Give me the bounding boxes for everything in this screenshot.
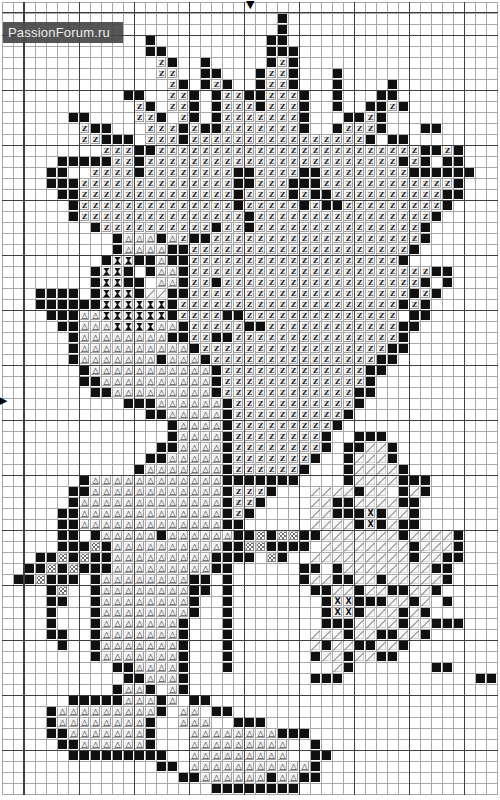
z-symbol-mark: Z [333, 322, 342, 331]
cell-z-symbol: Z [376, 244, 387, 255]
cell-z-symbol: Z [343, 123, 354, 134]
cell-z-symbol: Z [255, 431, 266, 442]
cell-black-square [178, 651, 189, 662]
black-square-mark [344, 476, 353, 485]
z-symbol-mark: Z [399, 223, 408, 232]
triangle-symbol-mark: △ [157, 366, 166, 375]
cell-triangle-symbol: △ [134, 508, 145, 519]
black-square-mark [47, 729, 56, 738]
triangle-symbol-mark: △ [190, 487, 199, 496]
cell-triangle-symbol: △ [112, 519, 123, 530]
cell-triangle-symbol: △ [156, 519, 167, 530]
cell-triangle-symbol: △ [277, 772, 288, 783]
slash-symbol-mark [377, 608, 386, 617]
black-square-mark [322, 597, 331, 606]
cell-black-square [57, 288, 68, 299]
cell-z-symbol: Z [332, 277, 343, 288]
cell-z-symbol: Z [266, 343, 277, 354]
cell-black-square [68, 695, 79, 706]
z-symbol-mark: Z [245, 267, 254, 276]
cell-z-symbol: Z [200, 343, 211, 354]
z-symbol-mark: Z [300, 333, 309, 342]
z-symbol-mark: Z [234, 399, 243, 408]
z-symbol-mark: Z [190, 146, 199, 155]
triangle-symbol-mark: △ [157, 465, 166, 474]
triangle-symbol-mark: △ [102, 520, 111, 529]
slash-symbol-mark [388, 597, 397, 606]
cell-triangle-symbol: △ [211, 442, 222, 453]
cell-black-square [255, 717, 266, 728]
cell-slash-symbol [431, 530, 442, 541]
black-square-mark [267, 531, 276, 540]
z-symbol-mark: Z [245, 234, 254, 243]
triangle-symbol-mark: △ [256, 740, 265, 749]
black-square-mark [69, 322, 78, 331]
black-square-mark [135, 146, 144, 155]
z-symbol-mark: Z [157, 58, 166, 67]
black-square-mark [399, 531, 408, 540]
cell-triangle-symbol: △ [200, 728, 211, 739]
cell-black-square [178, 277, 189, 288]
cell-black-square [46, 717, 57, 728]
cell-z-symbol: Z [112, 145, 123, 156]
cell-z-symbol: Z [310, 398, 321, 409]
cell-z-symbol: Z [266, 68, 277, 79]
black-square-mark [146, 102, 155, 111]
cell-z-symbol: Z [233, 464, 244, 475]
cell-z-symbol: Z [299, 420, 310, 431]
cell-slash-symbol [387, 530, 398, 541]
black-square-mark [333, 619, 342, 628]
triangle-symbol-mark: △ [168, 608, 177, 617]
z-symbol-mark: Z [355, 355, 364, 364]
triangle-symbol-mark: △ [91, 498, 100, 507]
triangle-symbol-mark: △ [201, 762, 210, 771]
triangle-symbol-mark: △ [135, 553, 144, 562]
cell-z-symbol: Z [288, 167, 299, 178]
triangle-symbol-mark: △ [201, 465, 210, 474]
cell-triangle-symbol: △ [101, 706, 112, 717]
slash-symbol-mark [377, 641, 386, 650]
cell-black-square [24, 574, 35, 585]
black-square-mark [58, 168, 67, 177]
cell-black-square [442, 618, 453, 629]
triangle-symbol-mark: △ [212, 410, 221, 419]
cell-z-symbol: Z [332, 288, 343, 299]
cell-z-symbol: Z [189, 123, 200, 134]
cell-triangle-symbol: △ [112, 497, 123, 508]
cell-black-square [453, 530, 464, 541]
cell-z-symbol: Z [321, 310, 332, 321]
black-square-mark [135, 289, 144, 298]
z-symbol-mark: Z [388, 190, 397, 199]
z-symbol-mark: Z [311, 344, 320, 353]
cell-black-square [233, 783, 244, 794]
triangle-symbol-mark: △ [135, 509, 144, 518]
cell-z-symbol: Z [310, 431, 321, 442]
cell-triangle-symbol: △ [145, 673, 156, 684]
z-symbol-mark: Z [366, 234, 375, 243]
triangle-symbol-mark: △ [102, 377, 111, 386]
black-square-mark [47, 608, 56, 617]
cell-triangle-symbol: △ [200, 387, 211, 398]
cell-black-square [68, 112, 79, 123]
cell-slash-symbol [332, 585, 343, 596]
cell-slash-symbol [420, 596, 431, 607]
cell-triangle-symbol: △ [145, 530, 156, 541]
cell-z-symbol: Z [222, 343, 233, 354]
cell-triangle-symbol: △ [288, 772, 299, 783]
black-square-mark [146, 685, 155, 694]
cell-hatched-symbol [35, 574, 46, 585]
cell-black-square [453, 167, 464, 178]
z-symbol-mark: Z [168, 135, 177, 144]
cell-black-square [222, 541, 233, 552]
cell-slash-symbol [365, 629, 376, 640]
cell-z-symbol: Z [343, 321, 354, 332]
black-square-mark [289, 58, 298, 67]
triangle-symbol-mark: △ [179, 454, 188, 463]
z-symbol-mark: Z [267, 113, 276, 122]
cell-black-square [288, 178, 299, 189]
cell-triangle-symbol: △ [244, 772, 255, 783]
black-square-mark [311, 762, 320, 771]
slash-symbol-mark [366, 476, 375, 485]
triangle-symbol-mark: △ [223, 773, 232, 782]
triangle-symbol-mark: △ [135, 740, 144, 749]
cell-z-symbol: Z [200, 299, 211, 310]
triangle-symbol-mark: △ [179, 443, 188, 452]
black-square-mark [146, 740, 155, 749]
cell-z-symbol: Z [134, 200, 145, 211]
slash-symbol-mark [399, 597, 408, 606]
cell-z-symbol: Z [299, 365, 310, 376]
cell-z-symbol: Z [233, 376, 244, 387]
black-square-mark [333, 102, 342, 111]
cell-black-square [332, 508, 343, 519]
cell-z-symbol: Z [266, 101, 277, 112]
cell-z-symbol: Z [299, 244, 310, 255]
cell-black-square [123, 266, 134, 277]
cell-z-symbol: Z [398, 277, 409, 288]
black-square-mark [410, 289, 419, 298]
cell-triangle-symbol: △ [101, 497, 112, 508]
z-symbol-mark: Z [190, 168, 199, 177]
z-symbol-mark: Z [322, 256, 331, 265]
cell-slash-symbol [442, 541, 453, 552]
cell-z-symbol: Z [189, 266, 200, 277]
z-symbol-mark: Z [278, 333, 287, 342]
z-symbol-mark: Z [377, 278, 386, 287]
cell-z-symbol: Z [343, 200, 354, 211]
cell-z-symbol: Z [354, 233, 365, 244]
triangle-symbol-mark: △ [190, 377, 199, 386]
z-symbol-mark: Z [322, 245, 331, 254]
black-square-mark [113, 663, 122, 672]
cell-z-symbol: Z [167, 167, 178, 178]
hatched-symbol-mark [289, 531, 298, 540]
black-square-mark [113, 135, 122, 144]
z-symbol-mark: Z [201, 201, 210, 210]
black-square-mark [223, 311, 232, 320]
cell-triangle-symbol: △ [178, 508, 189, 519]
cell-black-square [211, 222, 222, 233]
z-symbol-mark: Z [124, 201, 133, 210]
cell-black-square [79, 365, 90, 376]
cell-hourglass-symbol [134, 321, 145, 332]
triangle-symbol-mark: △ [234, 773, 243, 782]
cell-z-symbol: Z [310, 156, 321, 167]
triangle-symbol-mark: △ [113, 707, 122, 716]
cell-z-symbol: Z [387, 310, 398, 321]
cell-triangle-symbol: △ [178, 409, 189, 420]
black-square-mark [58, 630, 67, 639]
cell-black-square [398, 156, 409, 167]
z-symbol-mark: Z [344, 179, 353, 188]
cell-slash-symbol [376, 618, 387, 629]
z-symbol-mark: Z [322, 322, 331, 331]
cell-black-square [321, 200, 332, 211]
cell-z-symbol: Z [266, 266, 277, 277]
cell-z-symbol: Z [288, 343, 299, 354]
black-square-mark [355, 597, 364, 606]
black-square-mark [223, 498, 232, 507]
z-symbol-mark: Z [366, 113, 375, 122]
cell-black-square [277, 24, 288, 35]
cell-slash-symbol [321, 497, 332, 508]
z-symbol-mark: Z [333, 355, 342, 364]
black-square-mark [399, 608, 408, 617]
z-symbol-mark: Z [410, 234, 419, 243]
cell-black-square [90, 574, 101, 585]
triangle-symbol-mark: △ [124, 487, 133, 496]
cell-black-square [398, 101, 409, 112]
triangle-symbol-mark: △ [113, 553, 122, 562]
z-symbol-mark: Z [135, 102, 144, 111]
z-symbol-mark: Z [223, 223, 232, 232]
cell-z-symbol: Z [233, 90, 244, 101]
z-symbol-mark: Z [377, 300, 386, 309]
cell-triangle-symbol: △ [156, 673, 167, 684]
z-symbol-mark: Z [212, 201, 221, 210]
triangle-symbol-mark: △ [113, 476, 122, 485]
black-square-mark [201, 575, 210, 584]
cell-z-symbol: Z [189, 145, 200, 156]
z-symbol-mark: Z [212, 179, 221, 188]
hourglass-symbol-mark [102, 267, 111, 276]
cell-triangle-symbol: △ [233, 750, 244, 761]
cell-z-symbol: Z [332, 211, 343, 222]
cell-z-symbol: Z [233, 365, 244, 376]
black-square-mark [278, 36, 287, 45]
cell-black-square [134, 167, 145, 178]
black-square-mark [256, 80, 265, 89]
slash-symbol-mark [344, 531, 353, 540]
cell-z-symbol: Z [244, 398, 255, 409]
black-square-mark [278, 47, 287, 56]
z-symbol-mark: Z [278, 388, 287, 397]
cell-triangle-symbol: △ [123, 354, 134, 365]
cell-z-symbol: Z [277, 57, 288, 68]
cell-black-square [343, 574, 354, 585]
black-square-mark [47, 300, 56, 309]
z-symbol-mark: Z [399, 289, 408, 298]
black-square-mark [69, 289, 78, 298]
triangle-symbol-mark: △ [124, 575, 133, 584]
cell-black-square [222, 585, 233, 596]
cell-black-square [244, 475, 255, 486]
black-square-mark [344, 575, 353, 584]
z-symbol-mark: Z [289, 245, 298, 254]
cell-z-symbol: Z [420, 211, 431, 222]
black-square-mark [421, 157, 430, 166]
cell-black-square [244, 552, 255, 563]
cell-black-square [156, 442, 167, 453]
hourglass-symbol-mark [157, 311, 166, 320]
black-square-mark [355, 388, 364, 397]
triangle-symbol-mark: △ [80, 729, 89, 738]
cell-triangle-symbol: △ [68, 706, 79, 717]
cell-z-symbol: Z [288, 376, 299, 387]
cell-triangle-symbol: △ [167, 651, 178, 662]
black-square-mark [388, 443, 397, 452]
z-symbol-mark: Z [168, 146, 177, 155]
black-square-mark [113, 685, 122, 694]
cell-triangle-symbol: △ [167, 563, 178, 574]
cell-z-symbol: Z [123, 189, 134, 200]
black-square-mark [333, 564, 342, 573]
hatched-symbol-mark [267, 553, 276, 562]
z-symbol-mark: Z [267, 377, 276, 386]
z-symbol-mark: Z [256, 234, 265, 243]
cell-z-symbol: Z [288, 398, 299, 409]
cell-black-square [46, 310, 57, 321]
cell-hourglass-symbol [145, 310, 156, 321]
black-square-mark [322, 641, 331, 650]
black-square-mark [190, 597, 199, 606]
cell-z-symbol: Z [244, 497, 255, 508]
cell-triangle-symbol: △ [134, 618, 145, 629]
cell-z-symbol: Z [321, 288, 332, 299]
cell-triangle-symbol: △ [90, 486, 101, 497]
z-symbol-mark: Z [355, 300, 364, 309]
cell-black-square [321, 189, 332, 200]
cell-z-symbol: Z [442, 145, 453, 156]
black-square-mark [157, 113, 166, 122]
z-symbol-mark: Z [157, 190, 166, 199]
z-symbol-mark: Z [289, 322, 298, 331]
z-symbol-mark: Z [234, 377, 243, 386]
black-square-mark [69, 300, 78, 309]
cell-black-square [68, 486, 79, 497]
z-symbol-mark: Z [179, 102, 188, 111]
cell-black-square [200, 233, 211, 244]
cell-black-square [145, 266, 156, 277]
slash-symbol-mark [377, 553, 386, 562]
z-symbol-mark: Z [278, 300, 287, 309]
cell-z-symbol: Z [200, 134, 211, 145]
cell-z-symbol: Z [398, 189, 409, 200]
cell-black-square [233, 167, 244, 178]
slash-symbol-mark [388, 542, 397, 551]
z-symbol-mark: Z [300, 366, 309, 375]
cell-z-symbol: Z [321, 167, 332, 178]
cell-slash-symbol [420, 541, 431, 552]
z-symbol-mark: Z [201, 223, 210, 232]
cell-triangle-symbol: △ [189, 541, 200, 552]
z-symbol-mark: Z [91, 168, 100, 177]
black-square-mark [388, 586, 397, 595]
cell-triangle-symbol: △ [222, 772, 233, 783]
cell-z-symbol: Z [189, 321, 200, 332]
black-square-mark [344, 113, 353, 122]
cell-z-symbol: Z [299, 376, 310, 387]
z-symbol-mark: Z [201, 157, 210, 166]
black-square-mark [300, 91, 309, 100]
cell-triangle-symbol: △ [79, 717, 90, 728]
triangle-symbol-mark: △ [146, 388, 155, 397]
triangle-symbol-mark: △ [124, 377, 133, 386]
cell-triangle-symbol: △ [112, 739, 123, 750]
slash-symbol-mark [322, 509, 331, 518]
cell-hatched-symbol [266, 552, 277, 563]
cell-z-symbol: Z [354, 156, 365, 167]
z-symbol-mark: Z [399, 212, 408, 221]
z-symbol-mark: Z [377, 234, 386, 243]
cell-black-square [266, 57, 277, 68]
z-symbol-mark: Z [234, 509, 243, 518]
cell-triangle-symbol: △ [211, 519, 222, 530]
cell-z-symbol: Z [343, 354, 354, 365]
cell-black-square [46, 728, 57, 739]
black-square-mark [366, 432, 375, 441]
cell-z-symbol: Z [233, 508, 244, 519]
cell-z-symbol: Z [178, 189, 189, 200]
cell-black-square [288, 68, 299, 79]
cell-z-symbol: Z [255, 255, 266, 266]
cell-slash-symbol [332, 552, 343, 563]
slash-symbol-mark [146, 289, 155, 298]
cell-black-square [90, 651, 101, 662]
black-square-mark [311, 751, 320, 760]
black-square-mark [146, 47, 155, 56]
cell-black-square [90, 629, 101, 640]
black-square-mark [355, 443, 364, 452]
cell-z-symbol: Z [112, 211, 123, 222]
black-square-mark [421, 487, 430, 496]
cell-triangle-symbol: △ [156, 475, 167, 486]
cell-black-square [68, 519, 79, 530]
z-symbol-mark: Z [333, 388, 342, 397]
cell-z-symbol: Z [167, 90, 178, 101]
z-symbol-mark: Z [179, 91, 188, 100]
cell-z-symbol: Z [277, 332, 288, 343]
cell-z-symbol: Z [134, 178, 145, 189]
cell-triangle-symbol: △ [156, 376, 167, 387]
cell-black-square [68, 156, 79, 167]
watermark: PassionForum.ru [3, 22, 123, 43]
slash-symbol-mark [410, 586, 419, 595]
triangle-symbol-mark: △ [146, 509, 155, 518]
cell-triangle-symbol: △ [167, 277, 178, 288]
triangle-symbol-mark: △ [102, 498, 111, 507]
triangle-symbol-mark: △ [190, 465, 199, 474]
cell-z-symbol: Z [101, 222, 112, 233]
z-symbol-mark: Z [344, 311, 353, 320]
cell-z-symbol: Z [255, 442, 266, 453]
black-square-mark [179, 80, 188, 89]
slash-symbol-mark [421, 586, 430, 595]
